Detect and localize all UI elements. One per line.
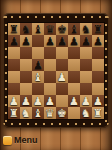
square-f8[interactable]: ♝ — [68, 23, 80, 35]
square-c4[interactable]: ♝ — [32, 71, 44, 83]
square-h2[interactable]: ♟ — [92, 95, 104, 107]
square-e3[interactable] — [56, 83, 68, 95]
chess-board-frame: ♜♞♝♛♚♝♞♜♟♟♟♟♟♟♟♟♝♟♟♟♟♟♟♟♟♜♞♝♛♚♞♜ — [3, 13, 109, 128]
chess-board[interactable]: ♜♞♝♛♚♝♞♜♟♟♟♟♟♟♟♟♝♟♟♟♟♟♟♟♟♜♞♝♛♚♞♜ — [8, 23, 104, 119]
square-a1[interactable]: ♜ — [8, 107, 20, 119]
piece-white-bishop[interactable]: ♝ — [33, 108, 43, 120]
piece-black-pawn[interactable]: ♟ — [45, 36, 55, 48]
square-a2[interactable]: ♟ — [8, 95, 20, 107]
piece-black-pawn[interactable]: ♟ — [57, 36, 67, 48]
piece-white-queen[interactable]: ♛ — [45, 108, 55, 120]
piece-white-pawn[interactable]: ♟ — [69, 96, 79, 108]
square-d4[interactable] — [44, 71, 56, 83]
square-a6[interactable] — [8, 47, 20, 59]
square-b4[interactable] — [20, 71, 32, 83]
square-f1[interactable] — [68, 107, 80, 119]
piece-black-pawn[interactable]: ♟ — [21, 36, 31, 48]
square-h4[interactable] — [92, 71, 104, 83]
square-e2[interactable] — [56, 95, 68, 107]
square-b7[interactable]: ♟ — [20, 35, 32, 47]
piece-black-pawn[interactable]: ♟ — [81, 36, 91, 48]
square-f5[interactable] — [68, 59, 80, 71]
square-f3[interactable] — [68, 83, 80, 95]
square-h1[interactable]: ♜ — [92, 107, 104, 119]
square-b1[interactable]: ♞ — [20, 107, 32, 119]
square-c3[interactable] — [32, 83, 44, 95]
square-g5[interactable] — [80, 59, 92, 71]
piece-white-knight[interactable]: ♞ — [21, 108, 31, 120]
menu-label: Menu — [14, 135, 38, 145]
square-h5[interactable] — [92, 59, 104, 71]
piece-white-rook[interactable]: ♜ — [93, 108, 103, 120]
square-d2[interactable]: ♟ — [44, 95, 56, 107]
square-b2[interactable]: ♟ — [20, 95, 32, 107]
square-g3[interactable] — [80, 83, 92, 95]
square-d8[interactable]: ♛ — [44, 23, 56, 35]
piece-black-pawn[interactable]: ♟ — [69, 36, 79, 48]
square-a3[interactable] — [8, 83, 20, 95]
square-f2[interactable]: ♟ — [68, 95, 80, 107]
square-f6[interactable] — [68, 47, 80, 59]
square-g8[interactable]: ♞ — [80, 23, 92, 35]
square-a5[interactable] — [8, 59, 20, 71]
app-screen: ♜♞♝♛♚♝♞♜♟♟♟♟♟♟♟♟♝♟♟♟♟♟♟♟♟♜♞♝♛♚♞♜ Menu — [0, 0, 112, 150]
square-f7[interactable]: ♟ — [68, 35, 80, 47]
piece-black-pawn[interactable]: ♟ — [9, 36, 19, 48]
square-c7[interactable] — [32, 35, 44, 47]
square-a4[interactable] — [8, 71, 20, 83]
square-e4[interactable]: ♟ — [56, 71, 68, 83]
square-c1[interactable]: ♝ — [32, 107, 44, 119]
square-a7[interactable]: ♟ — [8, 35, 20, 47]
square-c2[interactable]: ♟ — [32, 95, 44, 107]
piece-white-pawn[interactable]: ♟ — [57, 72, 67, 84]
piece-black-pawn[interactable]: ♟ — [93, 36, 103, 48]
square-f4[interactable] — [68, 71, 80, 83]
square-b3[interactable] — [20, 83, 32, 95]
square-a8[interactable]: ♜ — [8, 23, 20, 35]
square-c6[interactable] — [32, 47, 44, 59]
piece-white-knight[interactable]: ♞ — [81, 108, 91, 120]
piece-black-bishop[interactable]: ♝ — [33, 24, 43, 36]
square-g6[interactable] — [80, 47, 92, 59]
square-d3[interactable] — [44, 83, 56, 95]
piece-white-bishop[interactable]: ♝ — [33, 72, 43, 84]
square-b5[interactable] — [20, 59, 32, 71]
square-g7[interactable]: ♟ — [80, 35, 92, 47]
square-b6[interactable] — [20, 47, 32, 59]
square-c8[interactable]: ♝ — [32, 23, 44, 35]
square-d7[interactable]: ♟ — [44, 35, 56, 47]
square-d6[interactable] — [44, 47, 56, 59]
square-g1[interactable]: ♞ — [80, 107, 92, 119]
square-g4[interactable] — [80, 71, 92, 83]
square-d1[interactable]: ♛ — [44, 107, 56, 119]
square-e6[interactable] — [56, 47, 68, 59]
square-b8[interactable]: ♞ — [20, 23, 32, 35]
square-e7[interactable]: ♟ — [56, 35, 68, 47]
square-h6[interactable] — [92, 47, 104, 59]
square-h8[interactable]: ♜ — [92, 23, 104, 35]
square-h3[interactable] — [92, 83, 104, 95]
square-e1[interactable]: ♚ — [56, 107, 68, 119]
square-g2[interactable]: ♟ — [80, 95, 92, 107]
square-e8[interactable]: ♚ — [56, 23, 68, 35]
square-e5[interactable] — [56, 59, 68, 71]
square-d5[interactable] — [44, 59, 56, 71]
square-h7[interactable]: ♟ — [92, 35, 104, 47]
menu-button[interactable]: Menu — [3, 134, 38, 146]
piece-white-king[interactable]: ♚ — [57, 108, 67, 120]
square-c5[interactable]: ♟ — [32, 59, 44, 71]
menu-icon[interactable] — [3, 136, 12, 145]
piece-white-rook[interactable]: ♜ — [9, 108, 19, 120]
